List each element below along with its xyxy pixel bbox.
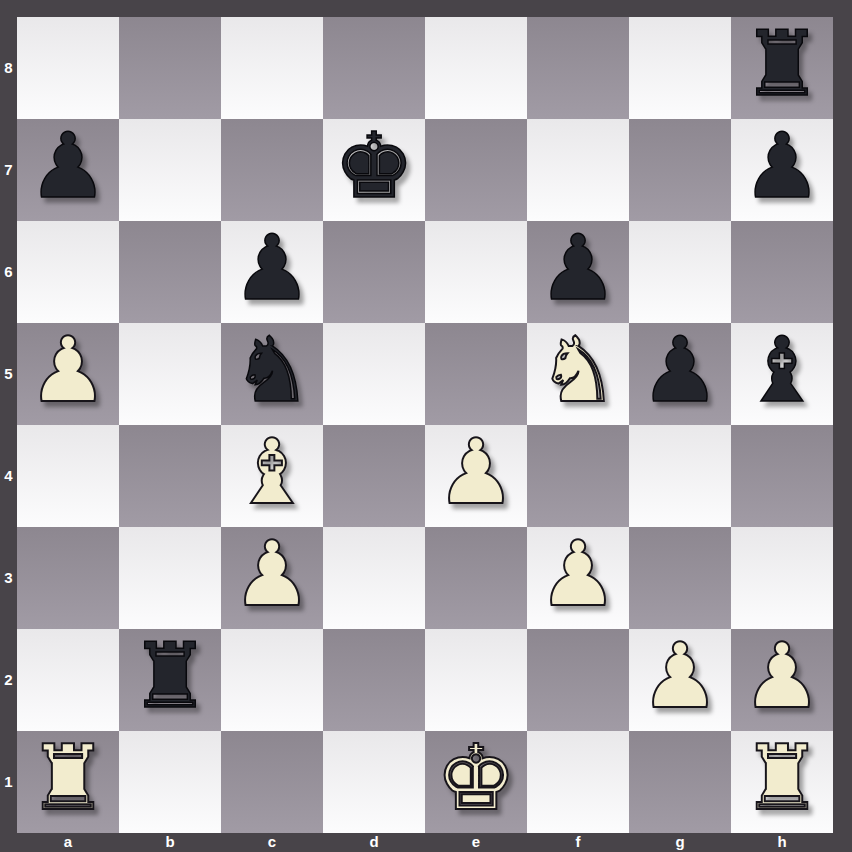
square-b8[interactable] [119, 17, 221, 119]
square-a8[interactable] [17, 17, 119, 119]
piece-black-pawn[interactable]: ♟ [742, 121, 823, 211]
square-a4[interactable] [17, 425, 119, 527]
square-c6[interactable]: ♟ [221, 221, 323, 323]
square-d4[interactable] [323, 425, 425, 527]
square-d3[interactable] [323, 527, 425, 629]
square-c5[interactable]: ♞ [221, 323, 323, 425]
file-label-d: d [323, 833, 425, 852]
piece-white-pawn[interactable]: ♟ [436, 427, 517, 517]
square-b3[interactable] [119, 527, 221, 629]
square-e1[interactable]: ♚ [425, 731, 527, 833]
rank-label-3: 3 [0, 527, 17, 629]
square-a3[interactable] [17, 527, 119, 629]
square-g2[interactable]: ♟ [629, 629, 731, 731]
square-a7[interactable]: ♟ [17, 119, 119, 221]
square-c8[interactable] [221, 17, 323, 119]
square-d5[interactable] [323, 323, 425, 425]
square-e3[interactable] [425, 527, 527, 629]
square-g7[interactable] [629, 119, 731, 221]
piece-white-knight[interactable]: ♞ [538, 325, 619, 415]
rank-label-1: 1 [0, 731, 17, 833]
square-f7[interactable] [527, 119, 629, 221]
square-g3[interactable] [629, 527, 731, 629]
piece-black-rook[interactable]: ♜ [130, 631, 211, 721]
piece-black-pawn[interactable]: ♟ [538, 223, 619, 313]
rank-label-5: 5 [0, 323, 17, 425]
square-g1[interactable] [629, 731, 731, 833]
square-d7[interactable]: ♚ [323, 119, 425, 221]
file-label-c: c [221, 833, 323, 852]
square-b5[interactable] [119, 323, 221, 425]
square-h2[interactable]: ♟ [731, 629, 833, 731]
square-e7[interactable] [425, 119, 527, 221]
square-e8[interactable] [425, 17, 527, 119]
square-e4[interactable]: ♟ [425, 425, 527, 527]
square-d8[interactable] [323, 17, 425, 119]
file-label-b: b [119, 833, 221, 852]
square-f6[interactable]: ♟ [527, 221, 629, 323]
square-g6[interactable] [629, 221, 731, 323]
square-c4[interactable]: ♝ [221, 425, 323, 527]
rank-label-8: 8 [0, 17, 17, 119]
piece-black-rook[interactable]: ♜ [742, 19, 823, 109]
piece-white-rook[interactable]: ♜ [742, 733, 823, 823]
piece-white-king[interactable]: ♚ [436, 733, 517, 823]
square-f8[interactable] [527, 17, 629, 119]
square-h8[interactable]: ♜ [731, 17, 833, 119]
square-b4[interactable] [119, 425, 221, 527]
square-c3[interactable]: ♟ [221, 527, 323, 629]
file-label-g: g [629, 833, 731, 852]
board-frame: ♜♟♚♟♟♟♟♞♞♟♝♝♟♟♟♜♟♟♜♚♜ 87654321 abcdefgh [0, 0, 852, 852]
square-g5[interactable]: ♟ [629, 323, 731, 425]
square-c2[interactable] [221, 629, 323, 731]
square-h7[interactable]: ♟ [731, 119, 833, 221]
square-f5[interactable]: ♞ [527, 323, 629, 425]
piece-white-rook[interactable]: ♜ [28, 733, 109, 823]
square-f2[interactable] [527, 629, 629, 731]
square-b1[interactable] [119, 731, 221, 833]
square-c7[interactable] [221, 119, 323, 221]
square-f1[interactable] [527, 731, 629, 833]
piece-white-pawn[interactable]: ♟ [640, 631, 721, 721]
square-g4[interactable] [629, 425, 731, 527]
rank-label-6: 6 [0, 221, 17, 323]
rank-label-2: 2 [0, 629, 17, 731]
piece-white-pawn[interactable]: ♟ [742, 631, 823, 721]
square-a5[interactable]: ♟ [17, 323, 119, 425]
rank-label-4: 4 [0, 425, 17, 527]
square-d1[interactable] [323, 731, 425, 833]
square-b7[interactable] [119, 119, 221, 221]
piece-white-pawn[interactable]: ♟ [232, 529, 313, 619]
piece-black-bishop[interactable]: ♝ [742, 325, 823, 415]
square-b2[interactable]: ♜ [119, 629, 221, 731]
square-e5[interactable] [425, 323, 527, 425]
square-c1[interactable] [221, 731, 323, 833]
square-d6[interactable] [323, 221, 425, 323]
square-a1[interactable]: ♜ [17, 731, 119, 833]
square-h4[interactable] [731, 425, 833, 527]
piece-white-bishop[interactable]: ♝ [232, 427, 313, 517]
square-d2[interactable] [323, 629, 425, 731]
square-h1[interactable]: ♜ [731, 731, 833, 833]
piece-black-pawn[interactable]: ♟ [28, 121, 109, 211]
file-label-f: f [527, 833, 629, 852]
square-g8[interactable] [629, 17, 731, 119]
chess-board: ♜♟♚♟♟♟♟♞♞♟♝♝♟♟♟♜♟♟♜♚♜ [17, 17, 833, 833]
piece-white-pawn[interactable]: ♟ [538, 529, 619, 619]
piece-black-pawn[interactable]: ♟ [640, 325, 721, 415]
square-a6[interactable] [17, 221, 119, 323]
square-f3[interactable]: ♟ [527, 527, 629, 629]
square-e2[interactable] [425, 629, 527, 731]
piece-white-pawn[interactable]: ♟ [28, 325, 109, 415]
square-h5[interactable]: ♝ [731, 323, 833, 425]
rank-label-7: 7 [0, 119, 17, 221]
square-e6[interactable] [425, 221, 527, 323]
square-a2[interactable] [17, 629, 119, 731]
file-label-a: a [17, 833, 119, 852]
square-h3[interactable] [731, 527, 833, 629]
piece-black-pawn[interactable]: ♟ [232, 223, 313, 313]
piece-black-knight[interactable]: ♞ [232, 325, 313, 415]
square-b6[interactable] [119, 221, 221, 323]
file-label-e: e [425, 833, 527, 852]
square-f4[interactable] [527, 425, 629, 527]
piece-black-king[interactable]: ♚ [334, 121, 415, 211]
file-label-h: h [731, 833, 833, 852]
square-h6[interactable] [731, 221, 833, 323]
